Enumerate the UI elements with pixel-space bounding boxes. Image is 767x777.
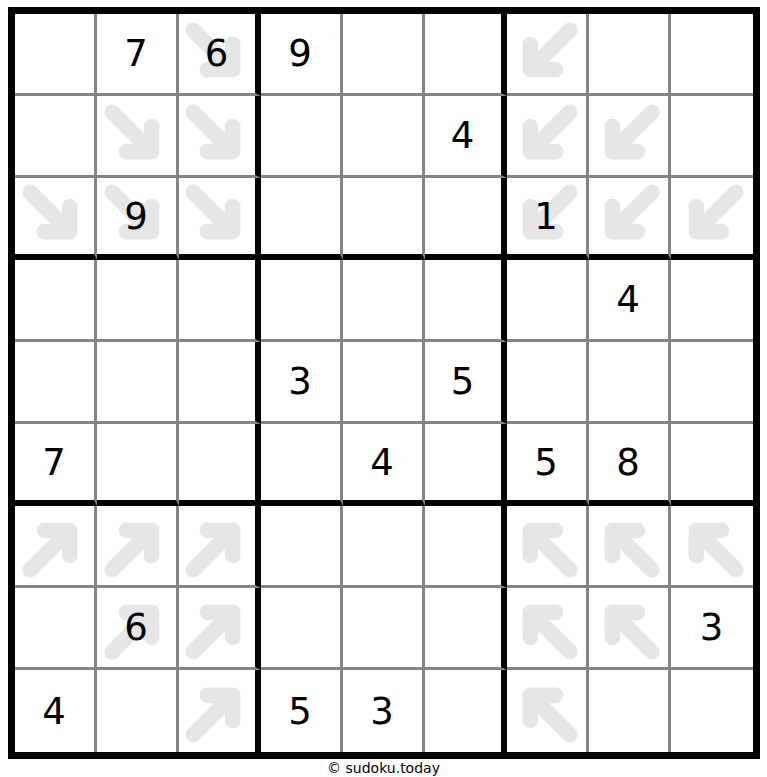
- cell-r8c5[interactable]: [343, 588, 425, 670]
- cell-r6c8[interactable]: 8: [589, 424, 671, 506]
- cell-r6c2[interactable]: [97, 424, 179, 506]
- arrow-sw-icon: [594, 102, 662, 170]
- arrow-sw-icon: [512, 20, 580, 88]
- given-digit: 9: [261, 14, 340, 93]
- cell-r6c4[interactable]: [261, 424, 343, 506]
- cell-r8c1[interactable]: [15, 588, 97, 670]
- cell-r2c5[interactable]: [343, 96, 425, 178]
- cell-r6c1[interactable]: 7: [15, 424, 97, 506]
- cell-r1c2[interactable]: 7: [97, 14, 179, 96]
- cell-r2c3[interactable]: [179, 96, 261, 178]
- cell-r9c8[interactable]: [589, 670, 671, 752]
- arrow-se-icon: [20, 182, 88, 250]
- arrow-ne-icon: [183, 677, 251, 745]
- cell-r1c3[interactable]: 6: [179, 14, 261, 96]
- arrow-sw-icon: [594, 182, 662, 250]
- cell-r3c5[interactable]: [343, 178, 425, 260]
- given-digit: 4: [15, 670, 94, 752]
- cell-r1c1[interactable]: [15, 14, 97, 96]
- cell-r3c4[interactable]: [261, 178, 343, 260]
- given-digit: 5: [261, 670, 340, 752]
- cell-r2c6[interactable]: 4: [425, 96, 507, 178]
- cell-r1c5[interactable]: [343, 14, 425, 96]
- arrow-se-icon: [102, 102, 170, 170]
- cell-r6c7[interactable]: 5: [507, 424, 589, 506]
- cell-r7c3[interactable]: [179, 506, 261, 588]
- cell-r6c3[interactable]: [179, 424, 261, 506]
- sudoku-board: 769491435745863453: [8, 7, 760, 759]
- cell-r7c5[interactable]: [343, 506, 425, 588]
- arrow-nw-icon: [512, 512, 580, 580]
- cell-r9c3[interactable]: [179, 670, 261, 752]
- given-digit: 6: [97, 588, 176, 667]
- cell-r2c2[interactable]: [97, 96, 179, 178]
- given-digit: 9: [97, 178, 176, 254]
- cell-r5c9[interactable]: [671, 342, 753, 424]
- given-digit: 7: [97, 14, 176, 93]
- arrow-ne-icon: [102, 512, 170, 580]
- arrow-sw-icon: [512, 102, 580, 170]
- arrow-nw-icon: [512, 594, 580, 662]
- cell-r1c7[interactable]: [507, 14, 589, 96]
- cell-r4c3[interactable]: [179, 260, 261, 342]
- cell-r9c6[interactable]: [425, 670, 507, 752]
- cell-r4c7[interactable]: [507, 260, 589, 342]
- cell-r9c4[interactable]: 5: [261, 670, 343, 752]
- cell-r4c6[interactable]: [425, 260, 507, 342]
- cell-r7c1[interactable]: [15, 506, 97, 588]
- given-digit: 8: [589, 424, 668, 500]
- given-digit: 4: [589, 260, 668, 339]
- cell-r9c1[interactable]: 4: [15, 670, 97, 752]
- cell-r3c9[interactable]: [671, 178, 753, 260]
- cell-r9c9[interactable]: [671, 670, 753, 752]
- sudoku-page: 769491435745863453 © sudoku.today: [0, 0, 767, 777]
- cell-r6c5[interactable]: 4: [343, 424, 425, 506]
- cell-r4c8[interactable]: 4: [589, 260, 671, 342]
- cell-r1c6[interactable]: [425, 14, 507, 96]
- cell-r8c9[interactable]: 3: [671, 588, 753, 670]
- cell-r8c8[interactable]: [589, 588, 671, 670]
- given-digit: 4: [343, 424, 422, 500]
- cell-r1c8[interactable]: [589, 14, 671, 96]
- given-digit: 6: [179, 14, 255, 93]
- given-digit: 5: [425, 342, 501, 421]
- given-digit: 1: [507, 178, 586, 254]
- cell-r3c7[interactable]: 1: [507, 178, 589, 260]
- cell-r4c5[interactable]: [343, 260, 425, 342]
- cell-r3c6[interactable]: [425, 178, 507, 260]
- cell-r7c4[interactable]: [261, 506, 343, 588]
- cell-r9c2[interactable]: [97, 670, 179, 752]
- cell-r8c4[interactable]: [261, 588, 343, 670]
- cell-r2c9[interactable]: [671, 96, 753, 178]
- cell-r4c2[interactable]: [97, 260, 179, 342]
- arrow-se-icon: [183, 182, 251, 250]
- arrow-nw-icon: [594, 594, 662, 662]
- cell-r2c1[interactable]: [15, 96, 97, 178]
- arrow-sw-icon: [678, 182, 746, 250]
- cell-r3c8[interactable]: [589, 178, 671, 260]
- cell-r2c4[interactable]: [261, 96, 343, 178]
- cell-r4c4[interactable]: [261, 260, 343, 342]
- cell-r4c1[interactable]: [15, 260, 97, 342]
- arrow-nw-icon: [594, 512, 662, 580]
- cell-r5c4[interactable]: 3: [261, 342, 343, 424]
- cell-r6c9[interactable]: [671, 424, 753, 506]
- given-digit: 7: [15, 424, 94, 500]
- arrow-ne-icon: [183, 594, 251, 662]
- cell-r7c7[interactable]: [507, 506, 589, 588]
- given-digit: 4: [425, 96, 501, 175]
- cell-r7c9[interactable]: [671, 506, 753, 588]
- given-digit: 3: [671, 588, 753, 667]
- arrow-se-icon: [183, 102, 251, 170]
- cell-r3c2[interactable]: 9: [97, 178, 179, 260]
- cell-r7c2[interactable]: [97, 506, 179, 588]
- arrow-nw-icon: [678, 512, 746, 580]
- cell-r5c8[interactable]: [589, 342, 671, 424]
- given-digit: 5: [507, 424, 586, 500]
- cell-r1c9[interactable]: [671, 14, 753, 96]
- cell-r7c6[interactable]: [425, 506, 507, 588]
- cell-r2c8[interactable]: [589, 96, 671, 178]
- cell-r2c7[interactable]: [507, 96, 589, 178]
- cell-r7c8[interactable]: [589, 506, 671, 588]
- cell-r6c6[interactable]: [425, 424, 507, 506]
- cell-r5c5[interactable]: [343, 342, 425, 424]
- cell-r1c4[interactable]: 9: [261, 14, 343, 96]
- cell-r8c3[interactable]: [179, 588, 261, 670]
- cell-r4c9[interactable]: [671, 260, 753, 342]
- cell-r5c6[interactable]: 5: [425, 342, 507, 424]
- cell-r9c5[interactable]: 3: [343, 670, 425, 752]
- cell-r8c7[interactable]: [507, 588, 589, 670]
- cell-r5c2[interactable]: [97, 342, 179, 424]
- given-digit: 3: [261, 342, 340, 421]
- arrow-ne-icon: [20, 512, 88, 580]
- arrow-nw-icon: [512, 677, 580, 745]
- copyright-text: © sudoku.today: [0, 760, 767, 776]
- cell-r5c1[interactable]: [15, 342, 97, 424]
- cell-r5c3[interactable]: [179, 342, 261, 424]
- cell-r3c3[interactable]: [179, 178, 261, 260]
- cell-r3c1[interactable]: [15, 178, 97, 260]
- arrow-ne-icon: [183, 512, 251, 580]
- cell-r9c7[interactable]: [507, 670, 589, 752]
- cell-r8c2[interactable]: 6: [97, 588, 179, 670]
- cell-r5c7[interactable]: [507, 342, 589, 424]
- given-digit: 3: [343, 670, 422, 752]
- cell-r8c6[interactable]: [425, 588, 507, 670]
